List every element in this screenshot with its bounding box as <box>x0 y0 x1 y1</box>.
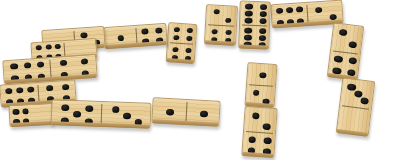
pip <box>61 104 69 111</box>
pip <box>225 18 231 23</box>
pip <box>13 109 20 115</box>
pip <box>37 62 45 68</box>
domino-D-6-6[interactable] <box>238 0 271 49</box>
pip <box>296 7 304 13</box>
pip <box>348 41 357 49</box>
pip <box>259 11 266 17</box>
pip <box>155 27 162 33</box>
pip <box>244 28 251 34</box>
pip <box>27 87 34 93</box>
pip <box>263 123 271 130</box>
pip <box>174 27 180 32</box>
pip <box>260 4 267 10</box>
pip <box>339 29 348 37</box>
pip <box>46 85 53 91</box>
pip <box>258 35 265 41</box>
pip <box>81 59 89 65</box>
domino-F-5-3[interactable] <box>51 99 152 128</box>
pip <box>5 88 12 94</box>
tile-half <box>331 23 365 54</box>
pip <box>186 36 192 41</box>
tile-half <box>340 78 376 110</box>
domino-M1-1-2[interactable] <box>245 62 278 108</box>
pip <box>36 45 42 50</box>
pip <box>60 60 68 66</box>
pip <box>259 72 266 78</box>
pip <box>214 9 220 14</box>
domino-V2-3-0[interactable] <box>336 77 376 137</box>
pip <box>166 109 174 116</box>
pip <box>245 11 252 17</box>
pip <box>276 8 284 14</box>
pip <box>23 63 31 69</box>
pip <box>259 28 266 34</box>
domino-L4-4-x[interactable] <box>8 103 53 127</box>
pip <box>173 35 179 40</box>
tile-half <box>240 2 272 27</box>
pip <box>16 87 23 93</box>
tile-half <box>244 107 279 134</box>
pip <box>54 44 60 49</box>
pip <box>226 29 232 34</box>
pip <box>245 4 252 10</box>
pip <box>259 18 266 24</box>
pip <box>264 137 272 144</box>
pip <box>85 105 93 112</box>
pip <box>348 57 357 65</box>
pip <box>186 47 192 52</box>
domino-C1-4-4[interactable] <box>166 22 198 64</box>
tile-half <box>247 63 278 87</box>
pip <box>117 35 124 41</box>
domino-T2-1-4[interactable] <box>103 23 167 49</box>
pip <box>123 113 131 120</box>
pip <box>22 108 29 114</box>
pip <box>142 28 149 34</box>
domino-G-1-1[interactable] <box>151 97 220 127</box>
pip <box>360 98 369 106</box>
pip <box>248 136 256 143</box>
pip <box>45 45 51 50</box>
pip <box>244 35 251 41</box>
pip <box>73 111 81 118</box>
pip <box>200 111 208 118</box>
tile-half <box>206 5 239 27</box>
pip <box>286 7 294 13</box>
pip <box>211 29 217 34</box>
domino-L2-6-4[interactable] <box>2 54 97 84</box>
tile-half <box>168 23 198 45</box>
pip <box>253 89 260 95</box>
pip <box>10 64 18 70</box>
pip <box>245 17 252 23</box>
domino-V1-2-4[interactable] <box>327 22 364 80</box>
pip <box>252 112 260 119</box>
pip <box>315 7 323 13</box>
pip <box>334 56 343 64</box>
domino-photo-scene <box>0 0 400 160</box>
pip <box>80 32 87 38</box>
pip <box>172 47 178 52</box>
pip <box>187 27 193 32</box>
pip <box>347 83 356 91</box>
pip <box>112 106 120 113</box>
domino-M2-2-4[interactable] <box>241 106 277 158</box>
domino-B-2-4[interactable] <box>204 4 238 46</box>
pip <box>62 84 69 90</box>
